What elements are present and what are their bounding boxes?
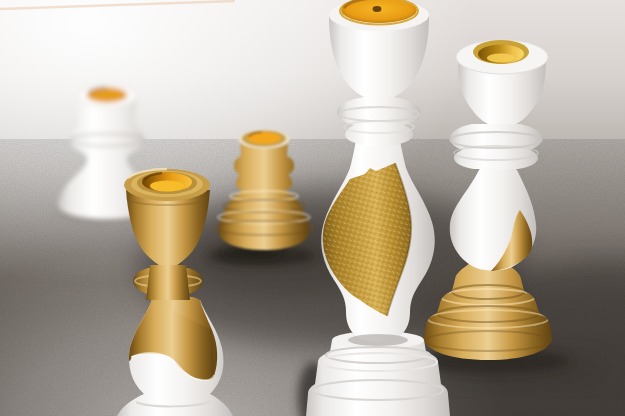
photo-canvas: [0, 0, 625, 416]
gold-insert-floor: [487, 54, 515, 63]
cup-interior-floor: [150, 181, 184, 192]
ball-contact-shade: [348, 334, 408, 346]
wick-hole: [373, 6, 382, 12]
candlesticks-photo: [0, 0, 625, 416]
stem: [146, 265, 190, 300]
